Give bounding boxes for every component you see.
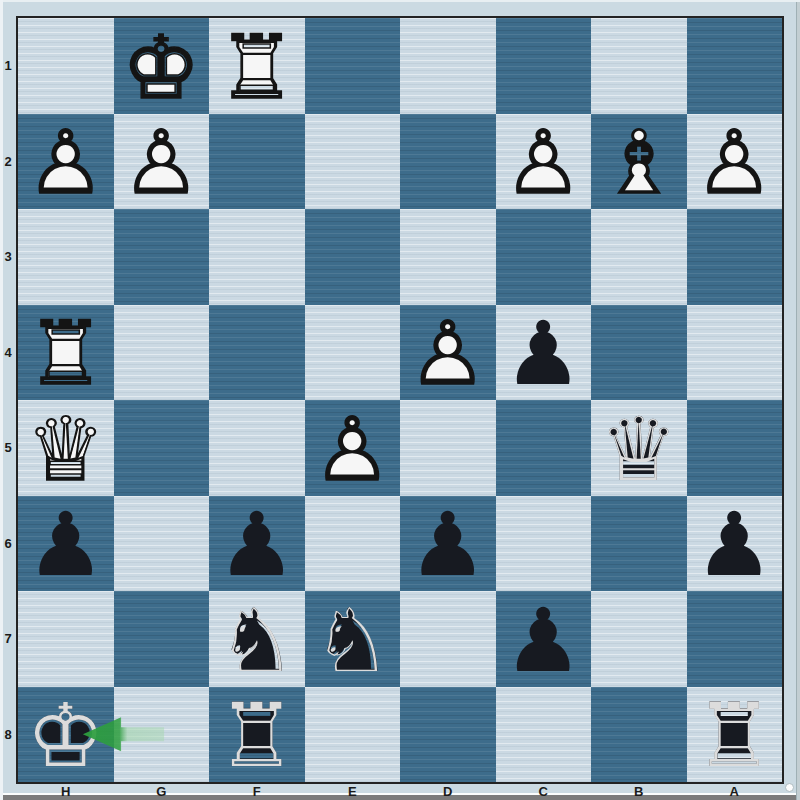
square-g3[interactable]	[114, 209, 210, 305]
square-b2[interactable]: ♝♗	[591, 114, 687, 210]
board-grid: ♚♔♜♖♟♙♟♙♟♙♝♗♟♙♜♖♟♙♟♙♛♕♟♙♛♕♟♙♟♙♟♙♟♙♞♘♞♘♟♙…	[18, 18, 782, 782]
square-c4[interactable]: ♟♙	[496, 305, 592, 401]
panel-right-edge	[796, 0, 800, 800]
piece-black-knight-e7[interactable]: ♞	[305, 593, 401, 689]
piece-detail-white-pawn-e5: ♙	[305, 402, 401, 498]
piece-white-queen-h5[interactable]: ♛	[18, 402, 114, 498]
piece-detail-white-pawn-g2: ♙	[114, 116, 210, 212]
square-b5[interactable]: ♛♕	[591, 400, 687, 496]
piece-white-pawn-a2[interactable]: ♟	[687, 116, 783, 212]
piece-detail-black-pawn-f6: ♙	[209, 498, 305, 594]
square-d4[interactable]: ♟♙	[400, 305, 496, 401]
rank-label-7: 7	[0, 591, 16, 687]
square-b7[interactable]	[591, 591, 687, 687]
piece-detail-black-rook-f8: ♖	[209, 689, 305, 785]
piece-white-pawn-g2[interactable]: ♟	[114, 116, 210, 212]
square-a7[interactable]	[687, 591, 783, 687]
square-d6[interactable]: ♟♙	[400, 496, 496, 592]
piece-black-pawn-c7[interactable]: ♟	[496, 593, 592, 689]
piece-black-pawn-c4[interactable]: ♟	[496, 307, 592, 403]
square-d8[interactable]	[400, 687, 496, 783]
square-g6[interactable]	[114, 496, 210, 592]
square-b6[interactable]	[591, 496, 687, 592]
piece-detail-white-king-g1: ♔	[114, 20, 210, 116]
rank-labels: 12345678	[0, 18, 16, 782]
square-f7[interactable]: ♞♘	[209, 591, 305, 687]
square-b8[interactable]	[591, 687, 687, 783]
chess-board: ♚♔♜♖♟♙♟♙♟♙♝♗♟♙♜♖♟♙♟♙♛♕♟♙♛♕♟♙♟♙♟♙♟♙♞♘♞♘♟♙…	[16, 16, 784, 784]
piece-detail-white-pawn-c2: ♙	[496, 116, 592, 212]
file-label-c: C	[496, 784, 592, 798]
piece-black-pawn-f6[interactable]: ♟	[209, 498, 305, 594]
piece-detail-black-knight-f7: ♘	[209, 593, 305, 689]
square-g1[interactable]: ♚♔	[114, 18, 210, 114]
rank-label-6: 6	[0, 496, 16, 592]
square-h7[interactable]	[18, 591, 114, 687]
square-h5[interactable]: ♛♕	[18, 400, 114, 496]
file-label-g: G	[114, 784, 210, 798]
square-d3[interactable]	[400, 209, 496, 305]
piece-detail-black-queen-b5: ♕	[591, 402, 687, 498]
file-label-e: E	[305, 784, 401, 798]
file-label-b: B	[591, 784, 687, 798]
square-c8[interactable]	[496, 687, 592, 783]
piece-detail-white-pawn-a2: ♙	[687, 116, 783, 212]
piece-white-rook-h4[interactable]: ♜	[18, 307, 114, 403]
piece-detail-white-pawn-h2: ♙	[18, 116, 114, 212]
rank-label-8: 8	[0, 687, 16, 783]
square-b1[interactable]	[591, 18, 687, 114]
piece-detail-white-pawn-d4: ♙	[400, 307, 496, 403]
square-d2[interactable]	[400, 114, 496, 210]
square-f1[interactable]: ♜♖	[209, 18, 305, 114]
piece-black-knight-f7[interactable]: ♞	[209, 593, 305, 689]
square-c2[interactable]: ♟♙	[496, 114, 592, 210]
square-e2[interactable]	[305, 114, 401, 210]
square-c5[interactable]	[496, 400, 592, 496]
piece-detail-white-queen-h5: ♕	[18, 402, 114, 498]
square-d5[interactable]	[400, 400, 496, 496]
file-label-a: A	[687, 784, 783, 798]
piece-white-king-g1[interactable]: ♚	[114, 20, 210, 116]
file-label-f: F	[209, 784, 305, 798]
piece-detail-black-pawn-d6: ♙	[400, 498, 496, 594]
square-a5[interactable]	[687, 400, 783, 496]
piece-black-king-h8[interactable]: ♚	[18, 689, 114, 785]
piece-white-rook-f1[interactable]: ♜	[209, 20, 305, 116]
file-labels: HGFEDCBA	[18, 784, 782, 798]
square-g4[interactable]	[114, 305, 210, 401]
piece-detail-black-rook-a8: ♖	[687, 689, 783, 785]
square-e5[interactable]: ♟♙	[305, 400, 401, 496]
chess-app-board-panel: 12345678 HGFEDCBA ♚♔♜♖♟♙♟♙♟♙♝♗♟♙♜♖♟♙♟♙♛♕…	[0, 0, 800, 800]
square-c1[interactable]	[496, 18, 592, 114]
square-f3[interactable]	[209, 209, 305, 305]
square-a3[interactable]	[687, 209, 783, 305]
square-a6[interactable]: ♟♙	[687, 496, 783, 592]
piece-black-queen-b5[interactable]: ♛	[591, 402, 687, 498]
square-e6[interactable]	[305, 496, 401, 592]
piece-white-pawn-d4[interactable]: ♟	[400, 307, 496, 403]
piece-white-bishop-b2[interactable]: ♝	[591, 116, 687, 212]
panel-top-edge	[0, 0, 800, 2]
square-g5[interactable]	[114, 400, 210, 496]
square-b4[interactable]	[591, 305, 687, 401]
piece-detail-black-pawn-a6: ♙	[687, 498, 783, 594]
piece-white-pawn-h2[interactable]: ♟	[18, 116, 114, 212]
square-h3[interactable]	[18, 209, 114, 305]
square-c3[interactable]	[496, 209, 592, 305]
piece-detail-white-rook-f1: ♖	[209, 20, 305, 116]
piece-detail-black-pawn-h6: ♙	[18, 498, 114, 594]
square-e1[interactable]	[305, 18, 401, 114]
square-c6[interactable]	[496, 496, 592, 592]
piece-black-rook-a8[interactable]: ♜	[687, 689, 783, 785]
square-h4[interactable]: ♜♖	[18, 305, 114, 401]
square-g7[interactable]	[114, 591, 210, 687]
file-label-h: H	[18, 784, 114, 798]
square-e3[interactable]	[305, 209, 401, 305]
square-f8[interactable]: ♜♖	[209, 687, 305, 783]
square-f4[interactable]	[209, 305, 305, 401]
square-e8[interactable]	[305, 687, 401, 783]
square-e4[interactable]	[305, 305, 401, 401]
resize-handle-dot	[785, 783, 794, 792]
square-a4[interactable]	[687, 305, 783, 401]
file-label-d: D	[400, 784, 496, 798]
square-h1[interactable]	[18, 18, 114, 114]
rank-label-3: 3	[0, 209, 16, 305]
square-a1[interactable]	[687, 18, 783, 114]
square-f6[interactable]: ♟♙	[209, 496, 305, 592]
square-f2[interactable]	[209, 114, 305, 210]
square-h6[interactable]: ♟♙	[18, 496, 114, 592]
piece-detail-white-rook-h4: ♖	[18, 307, 114, 403]
square-c7[interactable]: ♟♙	[496, 591, 592, 687]
square-d1[interactable]	[400, 18, 496, 114]
square-h2[interactable]: ♟♙	[18, 114, 114, 210]
piece-detail-black-pawn-c4: ♙	[496, 307, 592, 403]
rank-label-4: 4	[0, 305, 16, 401]
rank-label-1: 1	[0, 18, 16, 114]
square-h8[interactable]: ♚♔	[18, 687, 114, 783]
piece-black-rook-f8[interactable]: ♜	[209, 689, 305, 785]
square-g2[interactable]: ♟♙	[114, 114, 210, 210]
piece-black-pawn-h6[interactable]: ♟	[18, 498, 114, 594]
rank-label-2: 2	[0, 114, 16, 210]
piece-detail-black-pawn-c7: ♙	[496, 593, 592, 689]
piece-detail-black-king-h8: ♔	[18, 689, 114, 785]
piece-detail-white-bishop-b2: ♗	[591, 116, 687, 212]
piece-black-pawn-a6[interactable]: ♟	[687, 498, 783, 594]
piece-black-pawn-d6[interactable]: ♟	[400, 498, 496, 594]
square-b3[interactable]	[591, 209, 687, 305]
square-g8[interactable]	[114, 687, 210, 783]
rank-label-5: 5	[0, 400, 16, 496]
square-e7[interactable]: ♞♘	[305, 591, 401, 687]
square-a8[interactable]: ♜♖	[687, 687, 783, 783]
square-d7[interactable]	[400, 591, 496, 687]
square-a2[interactable]: ♟♙	[687, 114, 783, 210]
piece-detail-black-knight-e7: ♘	[305, 593, 401, 689]
piece-white-pawn-e5[interactable]: ♟	[305, 402, 401, 498]
piece-white-pawn-c2[interactable]: ♟	[496, 116, 592, 212]
square-f5[interactable]	[209, 400, 305, 496]
